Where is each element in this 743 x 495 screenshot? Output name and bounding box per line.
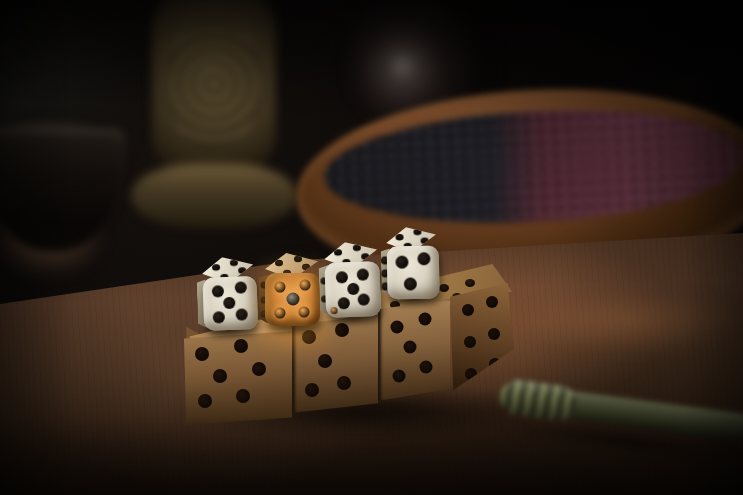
- die-3-front-face: [325, 261, 382, 318]
- pip: [286, 293, 299, 306]
- pip: [238, 267, 246, 274]
- pip: [486, 296, 498, 308]
- pip: [413, 229, 421, 236]
- die-2-front-face: [265, 273, 320, 327]
- pip: [462, 304, 474, 316]
- rod-ribs-shading: [498, 378, 578, 423]
- pip: [404, 278, 417, 291]
- pip: [358, 294, 370, 306]
- pip: [275, 260, 283, 266]
- pip: [299, 306, 310, 317]
- pip: [353, 244, 361, 251]
- brass-base: [131, 164, 296, 228]
- pip: [236, 389, 250, 403]
- pip: [419, 361, 432, 374]
- pip: [337, 376, 351, 390]
- scene: [0, 0, 743, 495]
- die-2: [259, 252, 323, 328]
- pip: [464, 336, 476, 348]
- rod-ribbed-tip: [498, 378, 578, 423]
- pip: [347, 282, 359, 294]
- pip: [392, 369, 405, 382]
- die-3: [318, 240, 385, 320]
- pip: [488, 328, 500, 340]
- pip: [198, 394, 212, 408]
- pip: [212, 264, 220, 271]
- pip: [338, 297, 350, 309]
- pip: [195, 347, 209, 361]
- table-sheen: [515, 288, 743, 354]
- pip: [395, 234, 403, 241]
- pip: [223, 297, 235, 309]
- die-4: [380, 225, 441, 300]
- pip: [212, 285, 224, 297]
- pip: [404, 340, 417, 353]
- pip: [334, 249, 342, 256]
- pip: [465, 279, 475, 287]
- block-front-face-3: [378, 299, 450, 401]
- die-1-front-face: [203, 276, 258, 332]
- pip: [330, 307, 337, 314]
- pip: [274, 281, 285, 292]
- bowl-body: [0, 129, 124, 252]
- die-1: [196, 255, 261, 333]
- pip: [418, 313, 431, 326]
- side-bowl: [0, 110, 124, 268]
- pip: [396, 255, 409, 268]
- pip: [234, 339, 248, 353]
- pip: [305, 383, 319, 397]
- pip: [275, 307, 286, 318]
- brass-seal-object: [128, 0, 300, 228]
- pip: [465, 368, 477, 380]
- pip: [213, 369, 227, 383]
- pip: [213, 311, 225, 323]
- pip: [234, 282, 246, 294]
- pip: [391, 320, 404, 333]
- pip: [252, 362, 266, 376]
- pip: [230, 259, 238, 266]
- pip: [300, 280, 311, 291]
- pip: [421, 237, 429, 244]
- pip: [336, 271, 348, 283]
- pip: [236, 308, 248, 320]
- pip: [294, 255, 302, 261]
- die-4-front-face: [387, 245, 440, 298]
- brass-emblem-rings: [166, 20, 262, 147]
- pip: [302, 264, 310, 270]
- pip: [357, 268, 369, 280]
- pip: [417, 252, 430, 265]
- pip: [361, 253, 369, 260]
